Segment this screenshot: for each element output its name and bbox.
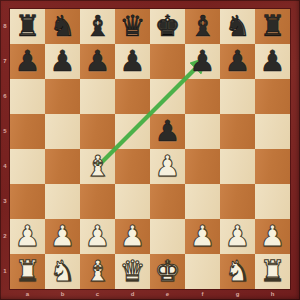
rank-label-2: 2 bbox=[1, 233, 9, 239]
square-d8[interactable]: ♛ bbox=[115, 9, 150, 44]
white-rook-piece: ♜ bbox=[255, 254, 290, 289]
black-rook-piece: ♜ bbox=[10, 9, 45, 44]
square-g1[interactable]: ♞ bbox=[220, 254, 255, 289]
file-label-a: a bbox=[10, 291, 45, 298]
rank-label-1: 1 bbox=[1, 268, 9, 274]
white-bishop-piece: ♝ bbox=[80, 149, 115, 184]
square-e8[interactable]: ♚ bbox=[150, 9, 185, 44]
square-h3[interactable] bbox=[255, 184, 290, 219]
square-g5[interactable] bbox=[220, 114, 255, 149]
square-g6[interactable] bbox=[220, 79, 255, 114]
rank-label-4: 4 bbox=[1, 163, 9, 169]
white-pawn-piece: ♟ bbox=[10, 219, 45, 254]
square-a6[interactable] bbox=[10, 79, 45, 114]
black-king-piece: ♚ bbox=[150, 9, 185, 44]
black-pawn-piece: ♟ bbox=[150, 114, 185, 149]
square-e3[interactable] bbox=[150, 184, 185, 219]
square-d5[interactable] bbox=[115, 114, 150, 149]
square-a4[interactable] bbox=[10, 149, 45, 184]
square-a2[interactable]: ♟ bbox=[10, 219, 45, 254]
square-a8[interactable]: ♜ bbox=[10, 9, 45, 44]
black-bishop-piece: ♝ bbox=[185, 9, 220, 44]
black-queen-piece: ♛ bbox=[115, 9, 150, 44]
rank-label-8: 8 bbox=[1, 23, 9, 29]
square-d6[interactable] bbox=[115, 79, 150, 114]
board-frame: ♜♞♝♛♚♝♞♜♟♟♟♟♟♟♟♟♝♟♟♟♟♟♟♟♟♜♞♝♛♚♞♜ 8765432… bbox=[0, 0, 300, 300]
file-label-d: d bbox=[115, 291, 150, 298]
square-d4[interactable] bbox=[115, 149, 150, 184]
square-h8[interactable]: ♜ bbox=[255, 9, 290, 44]
square-f3[interactable] bbox=[185, 184, 220, 219]
chess-diagram: ♜♞♝♛♚♝♞♜♟♟♟♟♟♟♟♟♝♟♟♟♟♟♟♟♟♜♞♝♛♚♞♜ 8765432… bbox=[0, 0, 300, 300]
square-d3[interactable] bbox=[115, 184, 150, 219]
square-c4[interactable]: ♝ bbox=[80, 149, 115, 184]
square-g3[interactable] bbox=[220, 184, 255, 219]
square-a5[interactable] bbox=[10, 114, 45, 149]
square-g8[interactable]: ♞ bbox=[220, 9, 255, 44]
square-c3[interactable] bbox=[80, 184, 115, 219]
square-e7[interactable] bbox=[150, 44, 185, 79]
square-d2[interactable]: ♟ bbox=[115, 219, 150, 254]
file-label-f: f bbox=[185, 291, 220, 298]
black-pawn-piece: ♟ bbox=[80, 44, 115, 79]
square-c8[interactable]: ♝ bbox=[80, 9, 115, 44]
white-pawn-piece: ♟ bbox=[45, 219, 80, 254]
white-pawn-piece: ♟ bbox=[220, 219, 255, 254]
black-pawn-piece: ♟ bbox=[185, 44, 220, 79]
square-d7[interactable]: ♟ bbox=[115, 44, 150, 79]
square-g4[interactable] bbox=[220, 149, 255, 184]
square-c7[interactable]: ♟ bbox=[80, 44, 115, 79]
rank-label-3: 3 bbox=[1, 198, 9, 204]
rank-label-6: 6 bbox=[1, 93, 9, 99]
square-b5[interactable] bbox=[45, 114, 80, 149]
square-b3[interactable] bbox=[45, 184, 80, 219]
black-pawn-piece: ♟ bbox=[45, 44, 80, 79]
square-f6[interactable] bbox=[185, 79, 220, 114]
black-pawn-piece: ♟ bbox=[115, 44, 150, 79]
square-b6[interactable] bbox=[45, 79, 80, 114]
white-pawn-piece: ♟ bbox=[115, 219, 150, 254]
black-knight-piece: ♞ bbox=[45, 9, 80, 44]
white-knight-piece: ♞ bbox=[220, 254, 255, 289]
square-b7[interactable]: ♟ bbox=[45, 44, 80, 79]
square-c2[interactable]: ♟ bbox=[80, 219, 115, 254]
square-b1[interactable]: ♞ bbox=[45, 254, 80, 289]
rank-label-7: 7 bbox=[1, 58, 9, 64]
square-b4[interactable] bbox=[45, 149, 80, 184]
square-b8[interactable]: ♞ bbox=[45, 9, 80, 44]
black-pawn-piece: ♟ bbox=[220, 44, 255, 79]
square-f7[interactable]: ♟ bbox=[185, 44, 220, 79]
black-pawn-piece: ♟ bbox=[10, 44, 45, 79]
square-h1[interactable]: ♜ bbox=[255, 254, 290, 289]
square-f8[interactable]: ♝ bbox=[185, 9, 220, 44]
chess-board: ♜♞♝♛♚♝♞♜♟♟♟♟♟♟♟♟♝♟♟♟♟♟♟♟♟♜♞♝♛♚♞♜ bbox=[10, 9, 290, 289]
white-pawn-piece: ♟ bbox=[150, 149, 185, 184]
black-knight-piece: ♞ bbox=[220, 9, 255, 44]
square-f4[interactable] bbox=[185, 149, 220, 184]
square-a7[interactable]: ♟ bbox=[10, 44, 45, 79]
square-h7[interactable]: ♟ bbox=[255, 44, 290, 79]
white-knight-piece: ♞ bbox=[45, 254, 80, 289]
white-pawn-piece: ♟ bbox=[185, 219, 220, 254]
square-f1[interactable] bbox=[185, 254, 220, 289]
file-label-b: b bbox=[45, 291, 80, 298]
black-pawn-piece: ♟ bbox=[255, 44, 290, 79]
square-b2[interactable]: ♟ bbox=[45, 219, 80, 254]
file-label-c: c bbox=[80, 291, 115, 298]
square-g2[interactable]: ♟ bbox=[220, 219, 255, 254]
black-rook-piece: ♜ bbox=[255, 9, 290, 44]
file-label-e: e bbox=[150, 291, 185, 298]
square-h4[interactable] bbox=[255, 149, 290, 184]
square-c6[interactable] bbox=[80, 79, 115, 114]
black-bishop-piece: ♝ bbox=[80, 9, 115, 44]
white-king-piece: ♚ bbox=[150, 254, 185, 289]
square-e2[interactable] bbox=[150, 219, 185, 254]
white-bishop-piece: ♝ bbox=[80, 254, 115, 289]
file-label-h: h bbox=[255, 291, 290, 298]
white-pawn-piece: ♟ bbox=[255, 219, 290, 254]
square-g7[interactable]: ♟ bbox=[220, 44, 255, 79]
rank-label-5: 5 bbox=[1, 128, 9, 134]
square-c1[interactable]: ♝ bbox=[80, 254, 115, 289]
white-pawn-piece: ♟ bbox=[80, 219, 115, 254]
square-e1[interactable]: ♚ bbox=[150, 254, 185, 289]
square-a3[interactable] bbox=[10, 184, 45, 219]
square-h2[interactable]: ♟ bbox=[255, 219, 290, 254]
file-label-g: g bbox=[220, 291, 255, 298]
white-queen-piece: ♛ bbox=[115, 254, 150, 289]
square-e4[interactable]: ♟ bbox=[150, 149, 185, 184]
square-f5[interactable] bbox=[185, 114, 220, 149]
square-e5[interactable]: ♟ bbox=[150, 114, 185, 149]
square-h5[interactable] bbox=[255, 114, 290, 149]
square-a1[interactable]: ♜ bbox=[10, 254, 45, 289]
square-d1[interactable]: ♛ bbox=[115, 254, 150, 289]
square-f2[interactable]: ♟ bbox=[185, 219, 220, 254]
square-e6[interactable] bbox=[150, 79, 185, 114]
square-h6[interactable] bbox=[255, 79, 290, 114]
square-c5[interactable] bbox=[80, 114, 115, 149]
white-rook-piece: ♜ bbox=[10, 254, 45, 289]
